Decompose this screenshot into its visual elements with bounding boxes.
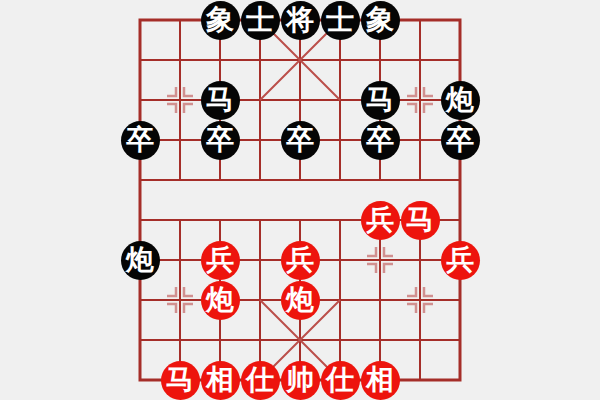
board-grid	[140, 20, 460, 380]
piece-black-horse[interactable]: 马	[361, 81, 400, 120]
piece-red-elephant[interactable]: 相	[201, 361, 240, 400]
piece-black-horse[interactable]: 马	[201, 81, 240, 120]
piece-black-elephant[interactable]: 象	[201, 1, 240, 40]
piece-red-pawn[interactable]: 兵	[201, 241, 240, 280]
piece-red-advisor[interactable]: 仕	[321, 361, 360, 400]
piece-black-advisor[interactable]: 士	[241, 1, 280, 40]
piece-red-cannon[interactable]: 炮	[281, 281, 320, 320]
piece-black-pawn[interactable]: 卒	[281, 121, 320, 160]
piece-black-pawn[interactable]: 卒	[361, 121, 400, 160]
piece-black-cannon[interactable]: 炮	[441, 81, 480, 120]
piece-black-general[interactable]: 将	[281, 1, 320, 40]
piece-black-pawn[interactable]: 卒	[201, 121, 240, 160]
piece-red-pawn[interactable]: 兵	[361, 201, 400, 240]
xiangqi-board[interactable]: 象士将士象马马炮卒卒卒卒卒炮兵马兵兵兵炮炮马相仕帅仕相	[140, 20, 460, 380]
piece-black-cannon[interactable]: 炮	[121, 241, 160, 280]
xiangqi-app: 象士将士象马马炮卒卒卒卒卒炮兵马兵兵兵炮炮马相仕帅仕相	[0, 0, 600, 400]
piece-red-general[interactable]: 帅	[281, 361, 320, 400]
piece-black-pawn[interactable]: 卒	[441, 121, 480, 160]
piece-red-cannon[interactable]: 炮	[201, 281, 240, 320]
piece-red-pawn[interactable]: 兵	[441, 241, 480, 280]
piece-red-horse[interactable]: 马	[161, 361, 200, 400]
piece-red-horse[interactable]: 马	[401, 201, 440, 240]
piece-black-elephant[interactable]: 象	[361, 1, 400, 40]
piece-red-advisor[interactable]: 仕	[241, 361, 280, 400]
piece-black-pawn[interactable]: 卒	[121, 121, 160, 160]
piece-red-pawn[interactable]: 兵	[281, 241, 320, 280]
piece-red-elephant[interactable]: 相	[361, 361, 400, 400]
piece-black-advisor[interactable]: 士	[321, 1, 360, 40]
